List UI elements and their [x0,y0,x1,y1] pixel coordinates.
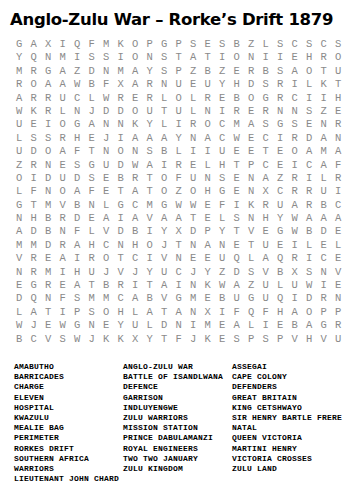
grid-cell[interactable]: X [41,38,56,51]
grid-cell[interactable]: N [317,118,332,131]
grid-cell[interactable]: N [85,199,100,212]
grid-cell[interactable]: O [172,92,187,105]
grid-cell[interactable]: U [331,65,346,78]
grid-cell[interactable]: T [27,199,42,212]
grid-cell[interactable]: A [317,159,332,172]
grid-cell[interactable]: A [99,212,114,225]
grid-cell[interactable]: Y [201,266,216,279]
grid-cell[interactable]: N [143,51,158,64]
grid-cell[interactable]: T [114,252,129,265]
grid-cell[interactable]: Z [215,65,230,78]
grid-cell[interactable]: G [259,92,274,105]
grid-cell[interactable]: O [143,239,158,252]
grid-cell[interactable]: M [12,65,27,78]
grid-cell[interactable]: A [12,225,27,238]
grid-cell[interactable]: R [288,172,303,185]
grid-cell[interactable]: R [288,185,303,198]
grid-cell[interactable]: B [259,65,274,78]
grid-cell[interactable]: H [331,92,346,105]
grid-cell[interactable]: N [172,252,187,265]
grid-cell[interactable]: N [41,51,56,64]
grid-cell[interactable]: N [244,212,259,225]
grid-cell[interactable]: Y [215,225,230,238]
grid-cell[interactable]: A [172,212,187,225]
grid-cell[interactable]: L [56,105,71,118]
grid-cell[interactable]: L [244,252,259,265]
grid-cell[interactable]: M [41,199,56,212]
grid-cell[interactable]: A [12,92,27,105]
grid-cell[interactable]: M [99,292,114,305]
grid-cell[interactable]: W [172,199,187,212]
grid-cell[interactable]: C [215,132,230,145]
grid-cell[interactable]: V [288,333,303,346]
grid-cell[interactable]: V [12,252,27,265]
grid-cell[interactable]: O [302,306,317,319]
grid-cell[interactable]: L [273,279,288,292]
grid-cell[interactable]: O [56,118,71,131]
grid-cell[interactable]: V [157,252,172,265]
grid-cell[interactable]: Q [70,38,85,51]
grid-cell[interactable]: H [85,239,100,252]
grid-cell[interactable]: E [201,38,216,51]
grid-cell[interactable]: U [259,239,274,252]
grid-cell[interactable]: P [172,65,187,78]
grid-cell[interactable]: O [230,51,245,64]
grid-cell[interactable]: K [114,38,129,51]
grid-cell[interactable]: W [288,225,303,238]
grid-cell[interactable]: A [288,306,303,319]
grid-cell[interactable]: U [215,252,230,265]
grid-cell[interactable]: N [273,105,288,118]
grid-cell[interactable]: G [70,118,85,131]
grid-cell[interactable]: E [331,279,346,292]
grid-cell[interactable]: F [56,292,71,305]
grid-cell[interactable]: R [331,172,346,185]
grid-cell[interactable]: A [128,132,143,145]
grid-cell[interactable]: N [331,292,346,305]
grid-cell[interactable]: T [157,333,172,346]
grid-cell[interactable]: G [12,38,27,51]
grid-cell[interactable]: U [288,279,303,292]
grid-cell[interactable]: M [230,118,245,131]
grid-cell[interactable]: R [56,239,71,252]
grid-cell[interactable]: L [186,92,201,105]
grid-cell[interactable]: U [331,333,346,346]
grid-cell[interactable]: P [273,333,288,346]
grid-cell[interactable]: W [12,105,27,118]
grid-cell[interactable]: B [288,319,303,332]
grid-cell[interactable]: I [41,118,56,131]
grid-cell[interactable]: T [85,145,100,158]
grid-cell[interactable]: E [186,78,201,91]
grid-cell[interactable]: I [114,212,129,225]
grid-cell[interactable]: I [273,51,288,64]
grid-cell[interactable]: C [259,132,274,145]
grid-cell[interactable]: S [273,65,288,78]
grid-cell[interactable]: T [186,212,201,225]
grid-cell[interactable]: I [288,292,303,305]
grid-cell[interactable]: R [41,105,56,118]
grid-cell[interactable]: A [331,145,346,158]
grid-cell[interactable]: P [70,306,85,319]
grid-cell[interactable]: A [302,145,317,158]
grid-cell[interactable]: O [302,65,317,78]
grid-cell[interactable]: T [172,239,187,252]
grid-cell[interactable]: K [27,105,42,118]
grid-cell[interactable]: H [114,306,129,319]
grid-cell[interactable]: K [99,333,114,346]
grid-cell[interactable]: N [99,65,114,78]
grid-cell[interactable]: A [56,78,71,91]
grid-cell[interactable]: S [288,118,303,131]
grid-cell[interactable]: P [244,333,259,346]
grid-cell[interactable]: G [172,292,187,305]
grid-cell[interactable]: L [186,105,201,118]
grid-cell[interactable]: E [85,132,100,145]
grid-cell[interactable]: D [114,225,129,238]
grid-cell[interactable]: I [157,159,172,172]
grid-cell[interactable]: T [230,159,245,172]
grid-cell[interactable]: N [114,118,129,131]
grid-cell[interactable]: N [114,239,129,252]
grid-cell[interactable]: S [259,78,274,91]
grid-cell[interactable]: A [230,319,245,332]
grid-cell[interactable]: I [186,319,201,332]
grid-cell[interactable]: I [215,51,230,64]
grid-cell[interactable]: Z [244,38,259,51]
grid-cell[interactable]: R [288,252,303,265]
grid-cell[interactable]: Q [273,292,288,305]
grid-cell[interactable]: I [215,306,230,319]
grid-cell[interactable]: D [302,132,317,145]
grid-cell[interactable]: E [230,172,245,185]
grid-cell[interactable]: Z [12,159,27,172]
grid-cell[interactable]: R [273,92,288,105]
grid-cell[interactable]: Q [244,306,259,319]
grid-cell[interactable]: D [85,65,100,78]
grid-cell[interactable]: H [273,306,288,319]
grid-cell[interactable]: Y [143,65,158,78]
grid-cell[interactable]: M [317,145,332,158]
grid-cell[interactable]: E [201,292,216,305]
grid-cell[interactable]: N [12,266,27,279]
grid-cell[interactable]: E [56,279,71,292]
grid-cell[interactable]: D [244,78,259,91]
grid-cell[interactable]: R [27,159,42,172]
grid-cell[interactable]: Y [215,78,230,91]
grid-cell[interactable]: A [128,185,143,198]
grid-cell[interactable]: B [143,292,158,305]
grid-cell[interactable]: Z [70,65,85,78]
grid-cell[interactable]: G [317,319,332,332]
grid-cell[interactable]: M [12,239,27,252]
grid-cell[interactable]: T [317,65,332,78]
grid-cell[interactable]: O [56,185,71,198]
grid-cell[interactable]: L [143,319,158,332]
grid-cell[interactable]: P [331,306,346,319]
grid-cell[interactable]: G [244,292,259,305]
grid-cell[interactable]: E [331,225,346,238]
grid-cell[interactable]: Q [230,252,245,265]
grid-cell[interactable]: S [230,333,245,346]
grid-cell[interactable]: D [41,172,56,185]
grid-cell[interactable]: E [128,92,143,105]
grid-cell[interactable]: T [157,306,172,319]
grid-cell[interactable]: L [12,132,27,145]
grid-cell[interactable]: B [85,78,100,91]
grid-cell[interactable]: A [288,199,303,212]
grid-cell[interactable]: N [186,132,201,145]
grid-cell[interactable]: O [186,185,201,198]
grid-cell[interactable]: K [317,78,332,91]
grid-cell[interactable]: S [259,118,274,131]
grid-cell[interactable]: S [302,105,317,118]
grid-cell[interactable]: Y [143,118,158,131]
grid-cell[interactable]: U [56,92,71,105]
grid-cell[interactable]: Y [143,266,158,279]
grid-cell[interactable]: R [317,292,332,305]
grid-cell[interactable]: F [99,78,114,91]
grid-cell[interactable]: Z [186,65,201,78]
grid-cell[interactable]: K [128,118,143,131]
grid-cell[interactable]: R [27,65,42,78]
grid-cell[interactable]: H [70,266,85,279]
grid-cell[interactable]: F [85,185,100,198]
grid-cell[interactable]: S [186,38,201,51]
grid-cell[interactable]: D [186,225,201,238]
grid-cell[interactable]: A [27,38,42,51]
grid-cell[interactable]: F [70,225,85,238]
grid-cell[interactable]: R [41,92,56,105]
grid-cell[interactable]: U [143,105,158,118]
grid-cell[interactable]: T [85,279,100,292]
grid-cell[interactable]: R [186,118,201,131]
grid-cell[interactable]: C [114,292,129,305]
grid-cell[interactable]: O [201,118,216,131]
grid-cell[interactable]: J [85,333,100,346]
grid-cell[interactable]: X [128,333,143,346]
grid-cell[interactable]: B [201,65,216,78]
grid-cell[interactable]: H [27,212,42,225]
grid-cell[interactable]: E [215,333,230,346]
grid-cell[interactable]: L [244,319,259,332]
grid-cell[interactable]: R [331,118,346,131]
grid-cell[interactable]: U [12,118,27,131]
grid-cell[interactable]: X [259,185,274,198]
grid-cell[interactable]: N [244,172,259,185]
grid-cell[interactable]: C [302,159,317,172]
grid-cell[interactable]: O [157,185,172,198]
grid-cell[interactable]: O [12,172,27,185]
grid-cell[interactable]: E [56,159,71,172]
grid-cell[interactable]: N [41,159,56,172]
grid-cell[interactable]: U [186,172,201,185]
grid-cell[interactable]: I [172,279,187,292]
grid-cell[interactable]: J [157,239,172,252]
grid-cell[interactable]: C [99,239,114,252]
grid-cell[interactable]: N [186,279,201,292]
grid-cell[interactable]: R [302,185,317,198]
grid-cell[interactable]: P [317,306,332,319]
grid-cell[interactable]: M [41,266,56,279]
grid-cell[interactable]: O [99,306,114,319]
grid-cell[interactable]: R [128,172,143,185]
grid-cell[interactable]: E [215,319,230,332]
grid-cell[interactable]: H [230,78,245,91]
grid-cell[interactable]: R [201,92,216,105]
grid-cell[interactable]: S [85,172,100,185]
grid-cell[interactable]: N [41,185,56,198]
grid-cell[interactable]: T [143,172,158,185]
grid-cell[interactable]: D [70,172,85,185]
grid-cell[interactable]: L [85,92,100,105]
grid-cell[interactable]: O [128,105,143,118]
grid-cell[interactable]: I [215,105,230,118]
grid-cell[interactable]: Y [12,51,27,64]
grid-cell[interactable]: G [273,118,288,131]
grid-cell[interactable]: Z [215,266,230,279]
grid-cell[interactable]: H [70,132,85,145]
grid-cell[interactable]: C [172,266,187,279]
grid-cell[interactable]: E [230,185,245,198]
grid-cell[interactable]: B [12,333,27,346]
grid-cell[interactable]: F [230,306,245,319]
grid-cell[interactable]: D [12,292,27,305]
grid-cell[interactable]: R [172,159,187,172]
grid-cell[interactable]: N [244,51,259,64]
grid-cell[interactable]: R [85,252,100,265]
grid-cell[interactable]: D [317,225,332,238]
grid-cell[interactable]: T [114,185,129,198]
grid-cell[interactable]: W [302,279,317,292]
grid-cell[interactable]: O [99,252,114,265]
grid-cell[interactable]: L [302,239,317,252]
grid-cell[interactable]: M [201,319,216,332]
grid-cell[interactable]: P [201,225,216,238]
grid-cell[interactable]: A [56,65,71,78]
grid-cell[interactable]: A [128,78,143,91]
grid-cell[interactable]: N [201,172,216,185]
grid-cell[interactable]: H [128,239,143,252]
grid-cell[interactable]: T [143,185,158,198]
grid-cell[interactable]: I [302,172,317,185]
grid-cell[interactable]: A [172,306,187,319]
grid-cell[interactable]: T [41,306,56,319]
grid-cell[interactable]: E [259,225,274,238]
grid-cell[interactable]: O [41,145,56,158]
grid-cell[interactable]: U [230,292,245,305]
grid-cell[interactable]: N [317,266,332,279]
grid-cell[interactable]: I [172,118,187,131]
grid-cell[interactable]: A [143,132,158,145]
grid-cell[interactable]: L [12,306,27,319]
grid-cell[interactable]: O [157,172,172,185]
grid-cell[interactable]: A [143,306,158,319]
grid-cell[interactable]: X [114,78,129,91]
grid-cell[interactable]: N [85,319,100,332]
grid-cell[interactable]: U [56,172,71,185]
grid-cell[interactable]: A [157,132,172,145]
grid-cell[interactable]: U [273,199,288,212]
grid-cell[interactable]: A [128,65,143,78]
grid-cell[interactable]: E [230,65,245,78]
grid-cell[interactable]: G [85,159,100,172]
grid-cell[interactable]: R [317,51,332,64]
grid-cell[interactable]: F [70,145,85,158]
grid-cell[interactable]: I [302,92,317,105]
grid-cell[interactable]: A [157,212,172,225]
grid-cell[interactable]: E [85,212,100,225]
grid-cell[interactable]: T [259,145,274,158]
grid-cell[interactable]: V [56,199,71,212]
grid-cell[interactable]: I [143,252,158,265]
grid-cell[interactable]: R [114,92,129,105]
grid-cell[interactable]: K [114,333,129,346]
grid-cell[interactable]: A [244,118,259,131]
grid-cell[interactable]: I [114,132,129,145]
grid-cell[interactable]: T [201,51,216,64]
grid-cell[interactable]: V [41,333,56,346]
grid-cell[interactable]: S [302,266,317,279]
grid-cell[interactable]: V [99,225,114,238]
grid-cell[interactable]: S [70,292,85,305]
grid-cell[interactable]: O [27,78,42,91]
grid-cell[interactable]: T [157,105,172,118]
grid-cell[interactable]: V [114,266,129,279]
grid-cell[interactable]: J [27,319,42,332]
grid-cell[interactable]: T [172,51,187,64]
grid-cell[interactable]: C [128,199,143,212]
grid-cell[interactable]: Q [273,252,288,265]
grid-cell[interactable]: X [172,225,187,238]
grid-cell[interactable]: L [172,145,187,158]
grid-cell[interactable]: I [259,51,274,64]
grid-cell[interactable]: E [186,252,201,265]
grid-cell[interactable]: X [288,266,303,279]
grid-cell[interactable]: T [331,78,346,91]
grid-cell[interactable]: R [259,199,274,212]
grid-cell[interactable]: Y [157,225,172,238]
grid-cell[interactable]: Q [27,51,42,64]
grid-cell[interactable]: J [186,333,201,346]
grid-cell[interactable]: E [41,252,56,265]
grid-cell[interactable]: A [317,212,332,225]
grid-cell[interactable]: I [288,159,303,172]
grid-cell[interactable]: A [259,172,274,185]
grid-cell[interactable]: A [317,132,332,145]
grid-cell[interactable]: A [288,65,303,78]
grid-cell[interactable]: E [99,185,114,198]
grid-cell[interactable]: S [259,333,274,346]
grid-cell[interactable]: U [128,319,143,332]
grid-cell[interactable]: K [244,199,259,212]
grid-cell[interactable]: S [157,65,172,78]
grid-cell[interactable]: G [273,225,288,238]
grid-cell[interactable]: C [288,38,303,51]
grid-cell[interactable]: D [70,212,85,225]
grid-cell[interactable]: S [85,306,100,319]
grid-cell[interactable]: D [114,105,129,118]
grid-cell[interactable]: B [114,172,129,185]
grid-cell[interactable]: N [56,225,71,238]
grid-cell[interactable]: E [27,118,42,131]
grid-cell[interactable]: W [230,132,245,145]
grid-cell[interactable]: R [56,212,71,225]
grid-cell[interactable]: S [70,159,85,172]
grid-cell[interactable]: E [201,252,216,265]
grid-cell[interactable]: H [259,212,274,225]
grid-cell[interactable]: B [41,225,56,238]
